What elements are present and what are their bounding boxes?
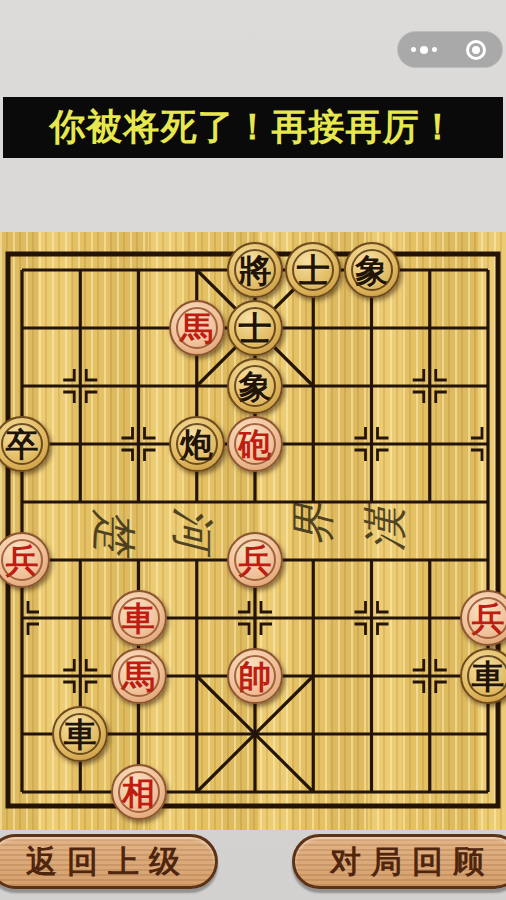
app-screen: 你被将死了！再接再厉！ 楚河界漢 將士象馬士象卒炮砲兵兵車兵馬帥車車相 返回上级…	[0, 0, 506, 900]
piece-red-general[interactable]: 帥	[227, 648, 283, 704]
piece-red-horse-1[interactable]: 馬	[169, 300, 225, 356]
piece-glyph: 兵	[472, 602, 505, 635]
checkmate-banner: 你被将死了！再接再厉！	[3, 97, 503, 158]
piece-black-elephant-2[interactable]: 象	[227, 358, 283, 414]
piece-glyph: 將	[239, 254, 272, 287]
piece-red-chariot-1[interactable]: 車	[111, 590, 167, 646]
piece-glyph: 車	[472, 660, 505, 693]
piece-glyph: 象	[239, 370, 272, 403]
piece-black-elephant-1[interactable]: 象	[344, 242, 400, 298]
xiangqi-board: 楚河界漢 將士象馬士象卒炮砲兵兵車兵馬帥車車相	[0, 232, 506, 830]
piece-black-advisor-2[interactable]: 士	[227, 300, 283, 356]
piece-black-advisor-1[interactable]: 士	[285, 242, 341, 298]
piece-glyph: 兵	[239, 544, 272, 577]
piece-glyph: 士	[239, 312, 272, 345]
piece-glyph: 車	[122, 602, 155, 635]
piece-red-elephant-1[interactable]: 相	[111, 764, 167, 820]
piece-glyph: 兵	[6, 544, 39, 577]
piece-glyph: 車	[64, 718, 97, 751]
review-button[interactable]: 对局回顾	[292, 834, 506, 889]
piece-glyph: 馬	[180, 312, 213, 345]
review-button-label: 对局回顾	[320, 841, 494, 883]
piece-red-horse-2[interactable]: 馬	[111, 648, 167, 704]
piece-red-cannon-1[interactable]: 砲	[227, 416, 283, 472]
more-dots-icon	[420, 46, 428, 54]
more-dots-icon	[411, 47, 416, 52]
capsule-target-icon	[466, 40, 486, 60]
piece-black-chariot-2[interactable]: 車	[52, 706, 108, 762]
piece-black-general[interactable]: 將	[227, 242, 283, 298]
piece-glyph: 士	[297, 254, 330, 287]
checkmate-banner-text: 你被将死了！再接再厉！	[50, 103, 457, 152]
capsule-close-button[interactable]	[450, 40, 502, 60]
more-dots-icon	[432, 47, 437, 52]
piece-red-soldier-2[interactable]: 兵	[227, 532, 283, 588]
wechat-capsule	[397, 31, 503, 68]
piece-black-cannon-1[interactable]: 炮	[169, 416, 225, 472]
back-button[interactable]: 返回上级	[0, 834, 218, 889]
piece-glyph: 炮	[180, 428, 213, 461]
piece-glyph: 卒	[6, 428, 39, 461]
piece-glyph: 砲	[239, 428, 272, 461]
piece-glyph: 相	[122, 776, 155, 809]
piece-glyph: 帥	[239, 660, 272, 693]
more-menu-button[interactable]	[398, 46, 450, 54]
piece-glyph: 馬	[122, 660, 155, 693]
back-button-label: 返回上级	[16, 841, 190, 883]
piece-glyph: 象	[355, 254, 388, 287]
